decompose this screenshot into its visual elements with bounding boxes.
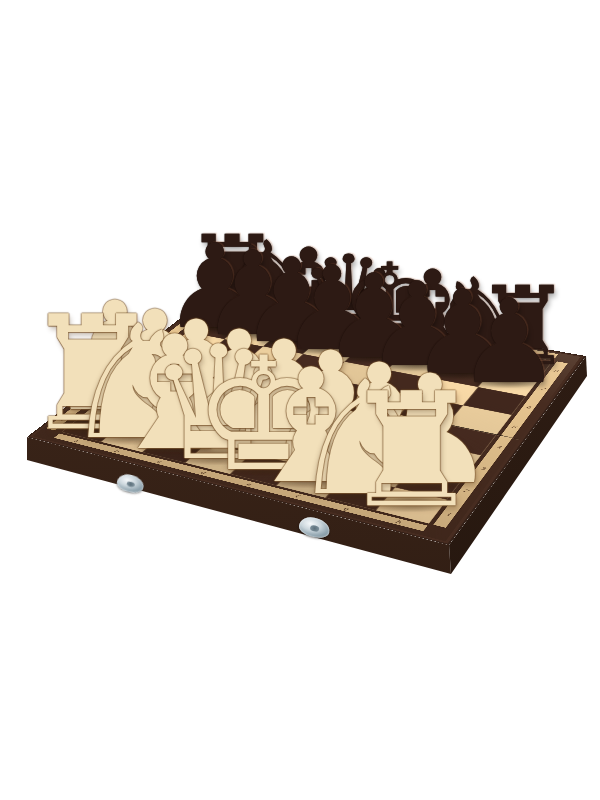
product-photo-chess-set: abcdefgh 87654321 abcdefgh 87654321 ♜♞♝♟… xyxy=(0,0,600,800)
chess-board: abcdefgh 87654321 abcdefgh 87654321 xyxy=(27,293,586,545)
